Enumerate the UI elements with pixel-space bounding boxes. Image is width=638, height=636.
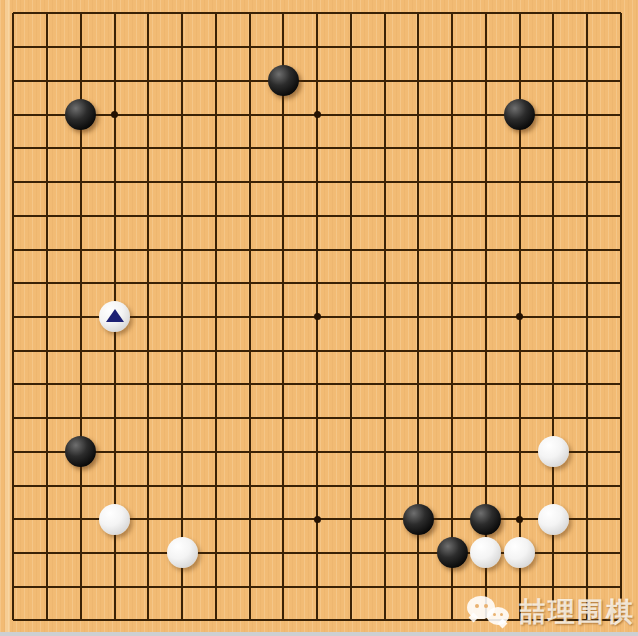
intersection[interactable] [570, 64, 604, 98]
intersection[interactable] [199, 334, 233, 368]
intersection[interactable] [537, 368, 571, 402]
intersection[interactable] [570, 469, 604, 503]
intersection[interactable] [604, 266, 638, 300]
intersection[interactable] [368, 502, 402, 536]
intersection[interactable] [469, 300, 503, 334]
intersection[interactable] [233, 435, 267, 469]
intersection[interactable] [267, 536, 301, 570]
intersection[interactable] [165, 64, 199, 98]
intersection[interactable] [233, 199, 267, 233]
intersection[interactable] [334, 30, 368, 64]
intersection[interactable] [537, 435, 571, 469]
intersection[interactable] [537, 536, 571, 570]
intersection[interactable] [435, 401, 469, 435]
intersection[interactable] [503, 435, 537, 469]
intersection[interactable] [199, 0, 233, 30]
intersection[interactable] [604, 435, 638, 469]
black-stone[interactable] [268, 65, 299, 96]
intersection[interactable] [570, 0, 604, 30]
intersection[interactable] [98, 233, 132, 267]
intersection[interactable] [165, 469, 199, 503]
intersection[interactable] [233, 570, 267, 604]
intersection[interactable] [570, 435, 604, 469]
intersection[interactable] [233, 536, 267, 570]
intersection[interactable] [435, 233, 469, 267]
intersection[interactable] [537, 233, 571, 267]
intersection[interactable] [469, 131, 503, 165]
intersection[interactable] [64, 401, 98, 435]
intersection[interactable] [537, 199, 571, 233]
intersection[interactable] [334, 0, 368, 30]
intersection[interactable] [300, 300, 334, 334]
intersection[interactable] [267, 30, 301, 64]
intersection[interactable] [64, 502, 98, 536]
intersection[interactable] [537, 300, 571, 334]
intersection[interactable] [199, 435, 233, 469]
intersection[interactable] [469, 334, 503, 368]
intersection[interactable] [267, 165, 301, 199]
intersection[interactable] [132, 401, 166, 435]
intersection[interactable] [368, 266, 402, 300]
intersection[interactable] [30, 131, 64, 165]
intersection[interactable] [537, 469, 571, 503]
intersection[interactable] [165, 0, 199, 30]
black-stone[interactable] [504, 99, 535, 130]
intersection[interactable] [98, 502, 132, 536]
black-stone[interactable] [65, 99, 96, 130]
intersection[interactable] [165, 266, 199, 300]
intersection[interactable] [165, 165, 199, 199]
intersection[interactable] [537, 131, 571, 165]
white-stone[interactable] [99, 504, 130, 535]
intersection[interactable] [30, 199, 64, 233]
intersection[interactable] [435, 30, 469, 64]
intersection[interactable] [30, 334, 64, 368]
intersection[interactable] [98, 368, 132, 402]
intersection[interactable] [435, 266, 469, 300]
intersection[interactable] [503, 469, 537, 503]
intersection[interactable] [199, 266, 233, 300]
intersection[interactable] [537, 0, 571, 30]
intersection[interactable] [334, 165, 368, 199]
intersection[interactable] [267, 64, 301, 98]
intersection[interactable] [64, 199, 98, 233]
intersection[interactable] [30, 435, 64, 469]
intersection[interactable] [570, 131, 604, 165]
intersection[interactable] [233, 401, 267, 435]
intersection[interactable] [570, 30, 604, 64]
intersection[interactable] [199, 536, 233, 570]
intersection[interactable] [165, 199, 199, 233]
intersection[interactable] [300, 131, 334, 165]
intersection[interactable] [233, 64, 267, 98]
intersection[interactable] [503, 401, 537, 435]
intersection[interactable] [233, 334, 267, 368]
intersection[interactable] [503, 64, 537, 98]
intersection[interactable] [334, 536, 368, 570]
intersection[interactable] [132, 266, 166, 300]
intersection[interactable] [604, 368, 638, 402]
intersection[interactable] [199, 131, 233, 165]
intersection[interactable] [233, 0, 267, 30]
intersection[interactable] [199, 98, 233, 132]
intersection[interactable] [435, 300, 469, 334]
white-stone[interactable] [167, 537, 198, 568]
intersection[interactable] [334, 199, 368, 233]
intersection[interactable] [604, 233, 638, 267]
intersection[interactable] [402, 368, 436, 402]
intersection[interactable] [30, 98, 64, 132]
intersection[interactable] [435, 199, 469, 233]
intersection[interactable] [469, 64, 503, 98]
white-stone[interactable] [99, 301, 130, 332]
intersection[interactable] [368, 570, 402, 604]
intersection[interactable] [300, 0, 334, 30]
intersection[interactable] [64, 300, 98, 334]
intersection[interactable] [199, 64, 233, 98]
white-stone[interactable] [538, 504, 569, 535]
intersection[interactable] [132, 300, 166, 334]
intersection[interactable] [435, 334, 469, 368]
intersection[interactable] [98, 30, 132, 64]
intersection[interactable] [199, 300, 233, 334]
intersection[interactable] [402, 266, 436, 300]
intersection[interactable] [570, 536, 604, 570]
intersection[interactable] [165, 435, 199, 469]
intersection[interactable] [604, 131, 638, 165]
white-stone[interactable] [470, 537, 501, 568]
intersection[interactable] [604, 199, 638, 233]
intersection[interactable] [402, 300, 436, 334]
intersection[interactable] [402, 0, 436, 30]
intersection[interactable] [233, 131, 267, 165]
intersection[interactable] [537, 266, 571, 300]
intersection[interactable] [165, 30, 199, 64]
intersection[interactable] [402, 435, 436, 469]
intersection[interactable] [402, 98, 436, 132]
intersection[interactable] [132, 0, 166, 30]
intersection[interactable] [233, 300, 267, 334]
intersection[interactable] [334, 435, 368, 469]
intersection[interactable] [30, 266, 64, 300]
white-stone[interactable] [504, 537, 535, 568]
intersection[interactable] [334, 570, 368, 604]
intersection[interactable] [570, 199, 604, 233]
intersection[interactable] [368, 435, 402, 469]
intersection[interactable] [334, 64, 368, 98]
intersection[interactable] [300, 199, 334, 233]
intersection[interactable] [267, 0, 301, 30]
intersection[interactable] [300, 30, 334, 64]
intersection[interactable] [570, 165, 604, 199]
intersection[interactable] [30, 502, 64, 536]
intersection[interactable] [300, 233, 334, 267]
intersection[interactable] [503, 300, 537, 334]
intersection[interactable] [165, 502, 199, 536]
intersection[interactable] [402, 570, 436, 604]
intersection[interactable] [435, 570, 469, 604]
intersection[interactable] [132, 98, 166, 132]
intersection[interactable] [300, 64, 334, 98]
intersection[interactable] [334, 401, 368, 435]
intersection[interactable] [402, 131, 436, 165]
intersection[interactable] [98, 469, 132, 503]
intersection[interactable] [469, 368, 503, 402]
intersection[interactable] [503, 199, 537, 233]
intersection[interactable] [98, 435, 132, 469]
intersection[interactable] [368, 64, 402, 98]
intersection[interactable] [604, 30, 638, 64]
intersection[interactable] [233, 266, 267, 300]
intersection[interactable] [537, 502, 571, 536]
intersection[interactable] [435, 64, 469, 98]
intersection[interactable] [233, 469, 267, 503]
intersection[interactable] [570, 98, 604, 132]
intersection[interactable] [402, 233, 436, 267]
intersection[interactable] [334, 98, 368, 132]
intersection[interactable] [537, 64, 571, 98]
intersection[interactable] [132, 536, 166, 570]
intersection[interactable] [98, 401, 132, 435]
intersection[interactable] [570, 401, 604, 435]
intersection[interactable] [267, 98, 301, 132]
intersection[interactable] [132, 502, 166, 536]
intersection[interactable] [570, 502, 604, 536]
intersection[interactable] [199, 199, 233, 233]
intersection[interactable] [402, 165, 436, 199]
intersection[interactable] [402, 334, 436, 368]
intersection[interactable] [98, 165, 132, 199]
intersection[interactable] [132, 30, 166, 64]
intersection[interactable] [132, 199, 166, 233]
intersection[interactable] [267, 131, 301, 165]
intersection[interactable] [402, 401, 436, 435]
intersection[interactable] [604, 98, 638, 132]
intersection[interactable] [267, 502, 301, 536]
intersection[interactable] [570, 266, 604, 300]
intersection[interactable] [503, 0, 537, 30]
intersection[interactable] [64, 469, 98, 503]
intersection[interactable] [469, 502, 503, 536]
intersection[interactable] [435, 131, 469, 165]
intersection[interactable] [30, 165, 64, 199]
intersection[interactable] [469, 233, 503, 267]
intersection[interactable] [503, 502, 537, 536]
intersection[interactable] [368, 536, 402, 570]
intersection[interactable] [267, 469, 301, 503]
intersection[interactable] [435, 98, 469, 132]
intersection[interactable] [469, 30, 503, 64]
intersection[interactable] [165, 570, 199, 604]
intersection[interactable] [199, 165, 233, 199]
intersection[interactable] [503, 30, 537, 64]
intersection[interactable] [334, 502, 368, 536]
intersection[interactable] [570, 368, 604, 402]
intersection[interactable] [368, 199, 402, 233]
intersection[interactable] [334, 266, 368, 300]
intersection[interactable] [233, 368, 267, 402]
intersection[interactable] [98, 300, 132, 334]
intersection[interactable] [267, 300, 301, 334]
intersection[interactable] [64, 536, 98, 570]
intersection[interactable] [604, 300, 638, 334]
intersection[interactable] [233, 233, 267, 267]
intersection[interactable] [604, 502, 638, 536]
intersection[interactable] [165, 131, 199, 165]
intersection[interactable] [98, 570, 132, 604]
intersection[interactable] [64, 334, 98, 368]
intersection[interactable] [469, 401, 503, 435]
intersection[interactable] [469, 98, 503, 132]
intersection[interactable] [64, 266, 98, 300]
intersection[interactable] [199, 30, 233, 64]
intersection[interactable] [435, 469, 469, 503]
intersection[interactable] [64, 0, 98, 30]
intersection[interactable] [604, 0, 638, 30]
intersection[interactable] [132, 368, 166, 402]
intersection[interactable] [132, 64, 166, 98]
intersection[interactable] [267, 233, 301, 267]
black-stone[interactable] [437, 537, 468, 568]
intersection[interactable] [165, 233, 199, 267]
intersection[interactable] [368, 98, 402, 132]
intersection[interactable] [334, 334, 368, 368]
intersection[interactable] [64, 233, 98, 267]
intersection[interactable] [300, 536, 334, 570]
intersection[interactable] [132, 469, 166, 503]
intersection[interactable] [334, 300, 368, 334]
intersection[interactable] [604, 469, 638, 503]
intersection[interactable] [503, 131, 537, 165]
intersection[interactable] [503, 98, 537, 132]
intersection[interactable] [199, 502, 233, 536]
intersection[interactable] [368, 469, 402, 503]
intersection[interactable] [300, 334, 334, 368]
intersection[interactable] [368, 233, 402, 267]
intersection[interactable] [64, 570, 98, 604]
intersection[interactable] [503, 368, 537, 402]
intersection[interactable] [435, 536, 469, 570]
intersection[interactable] [469, 0, 503, 30]
intersection[interactable] [334, 368, 368, 402]
intersection[interactable] [503, 536, 537, 570]
intersection[interactable] [267, 570, 301, 604]
intersection[interactable] [267, 435, 301, 469]
intersection[interactable] [300, 165, 334, 199]
intersection[interactable] [604, 536, 638, 570]
intersection[interactable] [165, 368, 199, 402]
intersection[interactable] [132, 570, 166, 604]
intersection[interactable] [334, 233, 368, 267]
intersection[interactable] [132, 334, 166, 368]
intersection[interactable] [537, 401, 571, 435]
intersection[interactable] [98, 0, 132, 30]
intersection[interactable] [30, 570, 64, 604]
intersection[interactable] [469, 165, 503, 199]
intersection[interactable] [503, 233, 537, 267]
intersection[interactable] [132, 233, 166, 267]
intersection[interactable] [537, 165, 571, 199]
intersection[interactable] [132, 435, 166, 469]
intersection[interactable] [604, 64, 638, 98]
intersection[interactable] [98, 131, 132, 165]
intersection[interactable] [30, 64, 64, 98]
intersection[interactable] [64, 435, 98, 469]
intersection[interactable] [30, 300, 64, 334]
intersection[interactable] [165, 300, 199, 334]
intersection[interactable] [64, 98, 98, 132]
intersection[interactable] [267, 401, 301, 435]
intersection[interactable] [98, 266, 132, 300]
intersection[interactable] [98, 64, 132, 98]
intersection[interactable] [334, 131, 368, 165]
intersection[interactable] [30, 401, 64, 435]
intersection[interactable] [199, 570, 233, 604]
intersection[interactable] [64, 368, 98, 402]
intersection[interactable] [267, 368, 301, 402]
intersection[interactable] [300, 98, 334, 132]
intersection[interactable] [300, 266, 334, 300]
intersection[interactable] [435, 165, 469, 199]
intersection[interactable] [368, 334, 402, 368]
intersection[interactable] [368, 0, 402, 30]
intersection[interactable] [435, 435, 469, 469]
intersection[interactable] [199, 401, 233, 435]
intersection[interactable] [368, 401, 402, 435]
intersection[interactable] [570, 233, 604, 267]
intersection[interactable] [30, 0, 64, 30]
intersection[interactable] [368, 368, 402, 402]
intersection[interactable] [402, 469, 436, 503]
intersection[interactable] [604, 165, 638, 199]
intersection[interactable] [537, 98, 571, 132]
intersection[interactable] [199, 368, 233, 402]
intersection[interactable] [30, 536, 64, 570]
intersection[interactable] [267, 334, 301, 368]
intersection[interactable] [469, 536, 503, 570]
black-stone[interactable] [470, 504, 501, 535]
intersection[interactable] [334, 469, 368, 503]
intersection[interactable] [300, 368, 334, 402]
intersection[interactable] [570, 334, 604, 368]
intersection[interactable] [30, 233, 64, 267]
intersection[interactable] [30, 368, 64, 402]
intersection[interactable] [300, 502, 334, 536]
intersection[interactable] [604, 334, 638, 368]
intersection[interactable] [233, 502, 267, 536]
intersection[interactable] [267, 266, 301, 300]
white-stone[interactable] [538, 436, 569, 467]
intersection[interactable] [98, 199, 132, 233]
intersection[interactable] [64, 165, 98, 199]
intersection[interactable] [503, 334, 537, 368]
intersection[interactable] [233, 98, 267, 132]
intersection[interactable] [503, 165, 537, 199]
intersection[interactable] [165, 401, 199, 435]
intersection[interactable] [402, 64, 436, 98]
intersection[interactable] [64, 64, 98, 98]
intersection[interactable] [368, 300, 402, 334]
intersection[interactable] [402, 30, 436, 64]
intersection[interactable] [30, 30, 64, 64]
intersection[interactable] [233, 165, 267, 199]
intersection[interactable] [98, 334, 132, 368]
intersection[interactable] [165, 98, 199, 132]
intersection[interactable] [300, 469, 334, 503]
black-stone[interactable] [65, 436, 96, 467]
intersection[interactable] [469, 266, 503, 300]
intersection[interactable] [469, 199, 503, 233]
